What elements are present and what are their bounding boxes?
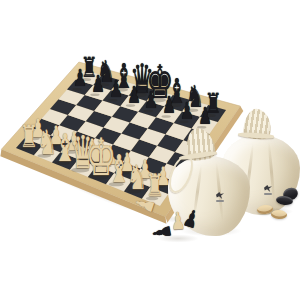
piece-black-pawn: ♟ <box>73 68 87 92</box>
piece-black-pawn: ♟ <box>180 100 194 124</box>
product-photo-chess-set: ♜♞♟♝♟♛♚♟♝♟♞♟♜♟♟♟♟♟♜♟♞♟♝♟♛♟♚♟♝♟♞♜ ♟♟♟♟ <box>0 0 300 300</box>
brand-logo-text <box>264 193 272 195</box>
piece-black-pawn: ♟ <box>127 84 141 108</box>
piece-black-pawn: ♟ <box>109 78 123 102</box>
piece-black-pawn: ♟ <box>144 89 158 113</box>
piece-black-pawn: ♟ <box>162 95 176 119</box>
piece-white-knight: ♞ <box>127 161 147 195</box>
brand-logo-text <box>216 200 224 202</box>
piece-black-pawn: ♟ <box>91 73 105 97</box>
piece-white-rook: ♜ <box>20 121 38 152</box>
piece-white-rook: ♜ <box>146 170 164 201</box>
